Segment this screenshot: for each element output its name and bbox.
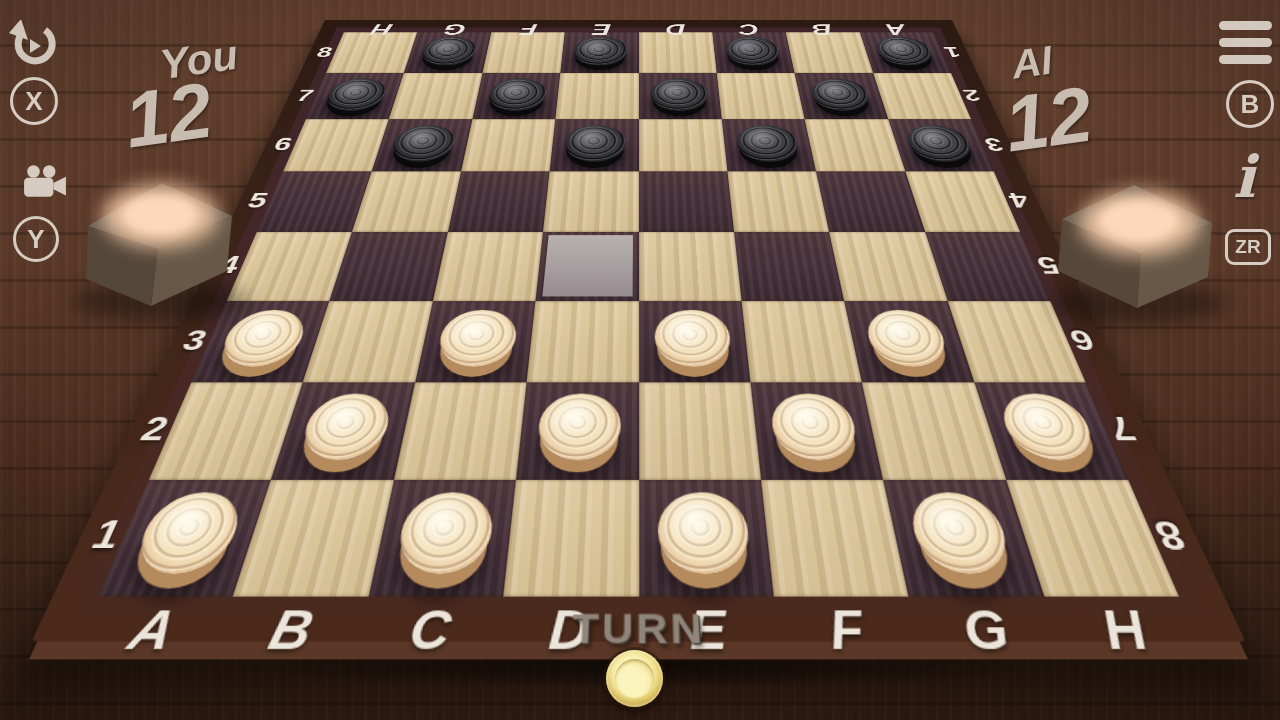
square-f8[interactable] — [712, 32, 795, 73]
square-e1[interactable] — [639, 480, 774, 597]
turn-label: TURN — [571, 605, 706, 654]
square-d6[interactable] — [550, 119, 639, 171]
square-f2[interactable] — [750, 383, 883, 480]
square-e2[interactable] — [639, 383, 761, 480]
piece-white-c3[interactable] — [435, 310, 519, 367]
piece-white-g1[interactable] — [905, 492, 1017, 573]
piece-black-g7[interactable] — [808, 78, 873, 110]
piece-black-b8[interactable] — [418, 37, 479, 65]
coord-label-A: A — [856, 21, 935, 37]
square-e5[interactable] — [639, 171, 734, 231]
button-hint-x-label: X — [25, 86, 42, 117]
coord-label-A: A — [68, 597, 233, 666]
square-d2[interactable] — [516, 383, 638, 480]
square-f6[interactable] — [722, 119, 817, 171]
coord-label-D: D — [639, 21, 713, 37]
square-g8[interactable] — [786, 32, 873, 73]
square-c5[interactable] — [448, 171, 550, 231]
square-c8[interactable] — [482, 32, 565, 73]
square-e8[interactable] — [639, 32, 717, 73]
piece-black-f8[interactable] — [724, 37, 782, 65]
square-e7[interactable] — [639, 73, 722, 119]
piece-black-e7[interactable] — [650, 78, 708, 110]
square-d1[interactable] — [503, 480, 638, 597]
piece-white-a3[interactable] — [215, 310, 312, 367]
piece-white-b2[interactable] — [296, 393, 396, 460]
coord-label-G: G — [909, 597, 1067, 666]
coord-label-H: H — [342, 21, 421, 37]
square-c6[interactable] — [461, 119, 556, 171]
coord-label-B: B — [211, 597, 369, 666]
piece-white-d2[interactable] — [536, 393, 621, 460]
square-f3[interactable] — [741, 301, 862, 383]
player-you-score: 12 — [121, 74, 217, 156]
button-hint-b[interactable]: B — [1226, 80, 1274, 128]
square-e3[interactable] — [639, 301, 751, 383]
piece-black-b6[interactable] — [388, 125, 458, 161]
piece-white-g3[interactable] — [862, 310, 952, 367]
button-hint-y[interactable]: Y — [13, 216, 59, 262]
coord-label-F: F — [774, 597, 924, 666]
square-b6[interactable] — [372, 119, 472, 171]
camera-icon[interactable] — [22, 164, 68, 200]
restart-icon[interactable] — [8, 20, 60, 70]
piece-black-d6[interactable] — [564, 125, 626, 161]
piece-white-e3[interactable] — [654, 310, 732, 367]
square-f7[interactable] — [717, 73, 805, 119]
piece-black-d8[interactable] — [573, 37, 628, 65]
square-c3[interactable] — [415, 301, 536, 383]
coord-label-C: C — [353, 597, 503, 666]
coord-label-C: C — [711, 21, 787, 37]
square-d3[interactable] — [527, 301, 639, 383]
coord-label-F: F — [490, 21, 566, 37]
button-hint-y-label: Y — [27, 224, 44, 255]
square-c4[interactable] — [433, 232, 544, 302]
coord-label-E: E — [564, 21, 638, 37]
piece-black-h8[interactable] — [872, 37, 936, 65]
menu-icon[interactable] — [1219, 21, 1272, 64]
turn-indicator-button — [606, 650, 663, 707]
coord-label-B: B — [783, 21, 861, 37]
button-hint-zr-label: ZR — [1235, 236, 1260, 258]
square-d5[interactable] — [543, 171, 638, 231]
square-b8[interactable] — [404, 32, 491, 73]
square-d4[interactable] — [536, 232, 639, 302]
square-d7[interactable] — [555, 73, 638, 119]
info-icon[interactable]: i — [1233, 143, 1255, 211]
piece-black-h6[interactable] — [902, 125, 976, 161]
square-c7[interactable] — [472, 73, 560, 119]
piece-white-f2[interactable] — [768, 393, 861, 460]
piece-black-c7[interactable] — [486, 78, 548, 110]
square-b7[interactable] — [389, 73, 482, 119]
game-screen: { "game": "checkers", "description": "3D… — [0, 0, 1280, 720]
button-hint-x[interactable]: X — [10, 77, 58, 125]
square-f5[interactable] — [727, 171, 829, 231]
piece-black-a7[interactable] — [322, 78, 391, 110]
player-ai-score: 12 — [1001, 78, 1097, 160]
button-hint-zr[interactable]: ZR — [1225, 229, 1271, 265]
square-b5[interactable] — [352, 171, 460, 231]
square-g7[interactable] — [795, 73, 888, 119]
square-d8[interactable] — [560, 32, 638, 73]
square-e6[interactable] — [639, 119, 728, 171]
info-icon-glyph: i — [1233, 143, 1255, 211]
square-c1[interactable] — [368, 480, 516, 597]
square-c2[interactable] — [394, 383, 527, 480]
square-f4[interactable] — [734, 232, 845, 302]
piece-white-e1[interactable] — [657, 492, 751, 573]
coord-label-G: G — [416, 21, 494, 37]
piece-black-f6[interactable] — [735, 125, 801, 161]
button-hint-b-label: B — [1241, 89, 1260, 120]
file-labels-top: HGFEDCBA — [342, 21, 936, 37]
square-e4[interactable] — [639, 232, 742, 302]
piece-white-c1[interactable] — [393, 492, 496, 573]
